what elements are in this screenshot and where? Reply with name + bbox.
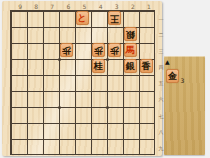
piece-glyph: 香 — [142, 60, 151, 73]
piece-glyph: 歩 — [110, 44, 119, 57]
board-piece-6三[interactable]: 歩 — [60, 43, 73, 57]
piece-glyph: 桂 — [94, 60, 103, 73]
board-piece-2四[interactable]: 銀 — [124, 59, 137, 73]
board-piece-2二[interactable]: 銀 — [124, 27, 137, 41]
board-piece-3一[interactable]: 王 — [108, 11, 121, 25]
piece-glyph: 歩 — [62, 44, 71, 57]
board-piece-4三[interactable]: 歩 — [92, 43, 105, 57]
board-piece-5一[interactable]: と — [76, 11, 89, 25]
piece-glyph: 王 — [110, 12, 119, 25]
piece-glyph: 銀 — [126, 28, 135, 41]
shogi-diagram: 987654321 一二三四五六七八九 と王銀歩歩歩馬桂銀香 ▲ 金3 — [0, 0, 210, 158]
piece-glyph: と — [77, 12, 86, 25]
board-piece-4四[interactable]: 桂 — [92, 59, 105, 73]
komadai-sente: ▲ 金3 — [164, 56, 205, 155]
board-piece-2三[interactable]: 馬 — [124, 43, 137, 57]
piece-glyph: 馬 — [126, 44, 135, 57]
piece-glyph: 金 — [168, 70, 177, 83]
hand-piece-count: 3 — [181, 78, 185, 84]
board-piece-1四[interactable]: 香 — [140, 59, 153, 73]
board-piece-3三[interactable]: 歩 — [108, 43, 121, 57]
sente-marker-icon: ▲ — [165, 59, 170, 65]
piece-glyph: 歩 — [94, 44, 103, 57]
piece-glyph: 銀 — [126, 60, 135, 73]
